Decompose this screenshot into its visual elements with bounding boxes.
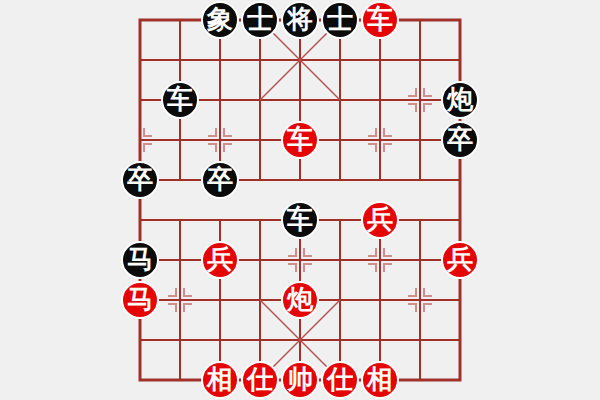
piece-glyph: 炮: [447, 86, 473, 112]
piece-glyph: 帅: [287, 366, 313, 392]
piece-black-horse[interactable]: 马: [121, 241, 159, 279]
piece-glyph: 马: [127, 286, 153, 312]
piece-glyph: 兵: [367, 206, 393, 232]
piece-red-chariot[interactable]: 车: [361, 1, 399, 39]
piece-glyph: 相: [207, 366, 233, 392]
piece-red-cannon[interactable]: 炮: [281, 281, 319, 319]
xiangqi-app-window: 象士将士车车炮车卒卒卒车兵马兵兵马炮相仕帅仕相: [0, 0, 600, 400]
piece-black-king[interactable]: 将: [281, 1, 319, 39]
piece-red-horse[interactable]: 马: [121, 281, 159, 319]
piece-glyph: 仕: [327, 366, 353, 392]
piece-glyph: 车: [287, 126, 313, 152]
piece-black-advisor[interactable]: 士: [241, 1, 279, 39]
piece-glyph: 卒: [207, 166, 233, 192]
piece-black-chariot[interactable]: 车: [281, 201, 319, 239]
piece-black-chariot[interactable]: 车: [161, 81, 199, 119]
piece-glyph: 车: [167, 86, 193, 112]
piece-glyph: 士: [247, 6, 273, 32]
piece-glyph: 马: [127, 246, 153, 272]
piece-glyph: 车: [367, 6, 393, 32]
piece-red-soldier[interactable]: 兵: [201, 241, 239, 279]
piece-red-chariot[interactable]: 车: [281, 121, 319, 159]
piece-black-soldier[interactable]: 卒: [201, 161, 239, 199]
piece-black-advisor[interactable]: 士: [321, 1, 359, 39]
piece-black-cannon[interactable]: 炮: [441, 81, 479, 119]
piece-glyph: 将: [287, 6, 313, 32]
piece-red-elephant[interactable]: 相: [361, 361, 399, 399]
piece-glyph: 相: [367, 366, 393, 392]
piece-red-king[interactable]: 帅: [281, 361, 319, 399]
piece-red-advisor[interactable]: 仕: [241, 361, 279, 399]
piece-glyph: 卒: [447, 126, 473, 152]
piece-glyph: 卒: [127, 166, 153, 192]
piece-glyph: 兵: [207, 246, 233, 272]
piece-glyph: 士: [327, 6, 353, 32]
piece-red-elephant[interactable]: 相: [201, 361, 239, 399]
piece-red-soldier[interactable]: 兵: [441, 241, 479, 279]
piece-black-elephant[interactable]: 象: [201, 1, 239, 39]
piece-red-advisor[interactable]: 仕: [321, 361, 359, 399]
piece-black-soldier[interactable]: 卒: [121, 161, 159, 199]
piece-glyph: 象: [207, 6, 233, 32]
xiangqi-board: 象士将士车车炮车卒卒卒车兵马兵兵马炮相仕帅仕相: [120, 0, 480, 400]
piece-glyph: 仕: [247, 366, 273, 392]
piece-red-soldier[interactable]: 兵: [361, 201, 399, 239]
piece-glyph: 炮: [287, 286, 313, 312]
piece-glyph: 车: [287, 206, 313, 232]
piece-glyph: 兵: [447, 246, 473, 272]
piece-black-soldier[interactable]: 卒: [441, 121, 479, 159]
